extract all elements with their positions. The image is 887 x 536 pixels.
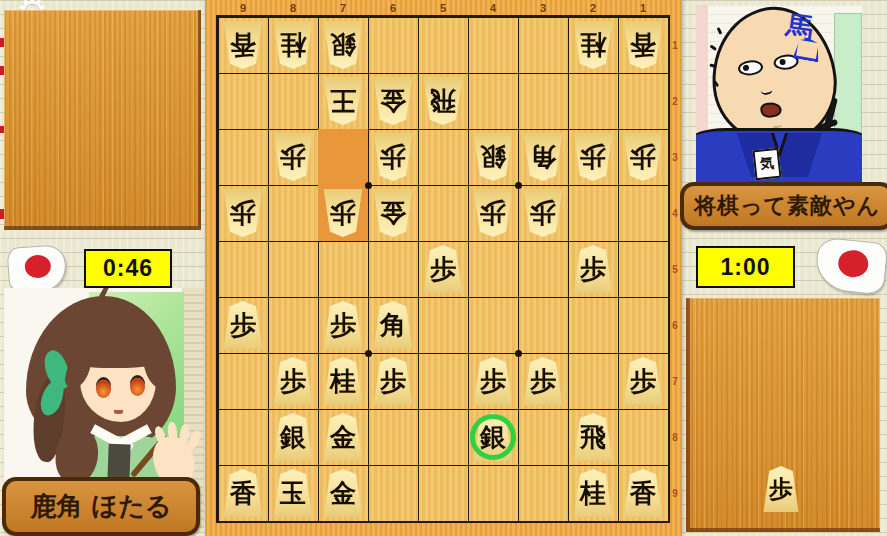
shogi-piece-gote[interactable]: 銀 [472,133,514,181]
man-pupil [743,65,750,72]
rank-label: 8 [668,409,682,465]
captured-piece[interactable]: 歩 [762,466,800,512]
rank-label: 2 [668,73,682,129]
shogi-piece-gote[interactable]: 香 [622,21,664,69]
shogi-piece-sente[interactable]: 歩 [472,357,514,405]
girl-eye [130,378,145,396]
japan-flag-icon-left [6,244,67,294]
shogi-piece-sente[interactable]: 歩 [422,245,464,293]
shogi-piece-sente[interactable]: 香 [222,469,264,517]
shogi-piece-sente[interactable]: 香 [622,469,664,517]
shogi-piece-gote[interactable]: 桂 [572,21,614,69]
shogi-piece-gote[interactable]: 角 [522,133,564,181]
shogi-piece-gote[interactable]: 王 [322,77,364,125]
game-screen: ⚙ 0:46 h 鹿角 ほたる [0,0,887,536]
clock-left: 0:46 [84,249,172,288]
player-name-right: 将棋って素敵やん [680,182,887,230]
shogi-piece-gote[interactable]: 銀 [322,21,364,69]
shogi-piece-gote[interactable]: 金 [372,77,414,125]
hoshi-dot [515,350,522,357]
girl-mouth [114,410,123,414]
highlight-square[interactable] [318,129,368,185]
hoshi-dot [515,182,522,189]
shogi-piece-sente[interactable]: 歩 [622,357,664,405]
man-mouth [760,101,782,118]
shogi-piece-sente[interactable]: 金 [322,469,364,517]
player-name-left: 鹿角 ほたる [2,477,200,536]
shogi-piece-gote[interactable]: 飛 [422,77,464,125]
shogi-piece-sente[interactable]: 角 [372,301,414,349]
capture-tray-gote[interactable] [4,10,201,230]
shogi-piece-sente[interactable]: 飛 [572,413,614,461]
clock-right: 1:00 [696,246,795,288]
shogi-piece-gote[interactable]: 歩 [622,133,664,181]
hair-stubble [709,44,716,50]
rank-label: 7 [668,353,682,409]
kimono-patch: 気 [753,148,782,181]
girl-eye [96,380,111,398]
hair-stubble [717,27,723,35]
shogi-piece-sente[interactable]: 玉 [272,469,314,517]
shogi-piece-sente[interactable]: 桂 [322,357,364,405]
japan-flag-icon-right [813,236,887,295]
shogi-piece-sente[interactable]: 金 [322,413,364,461]
shogi-piece-gote[interactable]: 歩 [222,189,264,237]
man-eye [737,59,763,77]
shogi-piece-sente[interactable]: 歩 [372,357,414,405]
shogi-piece-gote[interactable]: 歩 [372,133,414,181]
shogi-piece-sente[interactable]: 歩 [222,301,264,349]
shogi-piece-gote[interactable]: 歩 [522,189,564,237]
man-nose [760,84,773,95]
board-grid[interactable]: 香桂銀桂香王金飛歩歩銀角歩歩歩歩金歩歩歩歩歩歩角歩桂歩歩歩歩銀金銀飛香玉金桂香 [216,15,670,523]
hair-stubble [713,80,720,87]
capture-tray-sente[interactable]: 歩 [686,298,880,532]
rank-label: 3 [668,129,682,185]
hoshi-dot [365,350,372,357]
rank-label: 1 [668,17,682,73]
shogi-piece-gote[interactable]: 香 [222,21,264,69]
rank-labels: 123456789 [668,17,682,521]
shogi-piece-sente[interactable]: 歩 [322,301,364,349]
rank-label: 6 [668,297,682,353]
shogi-piece-sente[interactable]: 歩 [522,357,564,405]
shogi-board: 987654321 香桂銀桂香王金飛歩歩銀角歩歩歩歩金歩歩歩歩歩歩角歩桂歩歩歩歩… [205,0,682,536]
shogi-piece-sente[interactable]: 桂 [572,469,614,517]
avatar-right-player: 馬 気 [696,5,862,185]
shogi-piece-sente[interactable]: 銀 [472,413,514,461]
man-pupil [779,59,786,66]
rank-label: 9 [668,465,682,521]
hair-stubble [709,64,717,69]
shogi-piece-gote[interactable]: 桂 [272,21,314,69]
shogi-piece-sente[interactable]: 歩 [572,245,614,293]
shogi-piece-gote[interactable]: 歩 [272,133,314,181]
rank-label: 5 [668,241,682,297]
shogi-piece-gote[interactable]: 歩 [572,133,614,181]
shogi-piece-sente[interactable]: 銀 [272,413,314,461]
shogi-piece-gote[interactable]: 金 [372,189,414,237]
hoshi-dot [365,182,372,189]
shogi-piece-gote[interactable]: 歩 [472,189,514,237]
shogi-piece-sente[interactable]: 歩 [272,357,314,405]
